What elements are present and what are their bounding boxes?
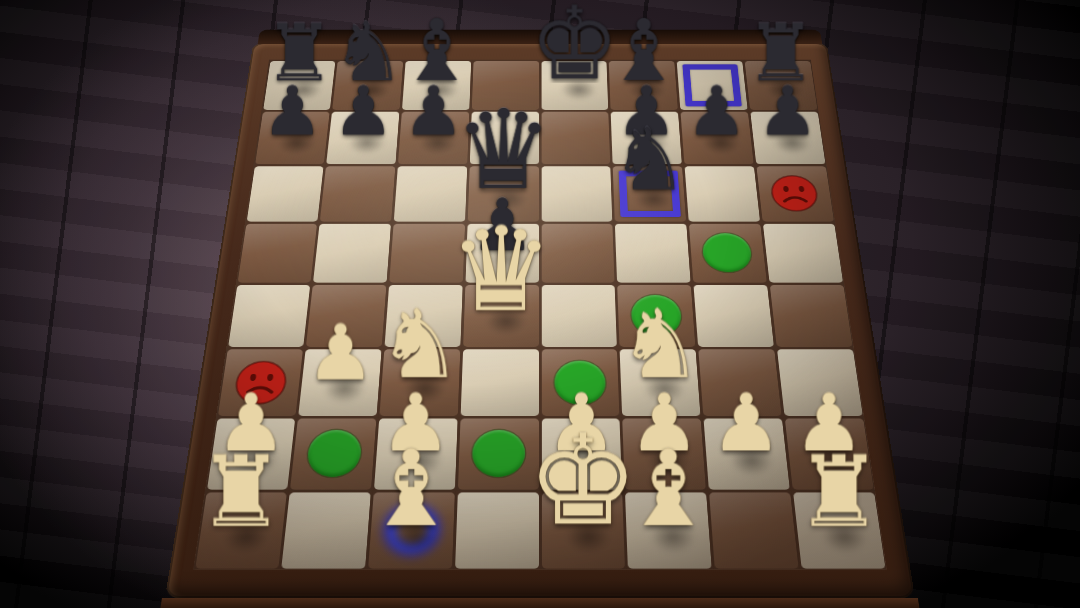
square-tile — [385, 285, 463, 348]
square-e7[interactable] — [540, 111, 612, 165]
square-h5[interactable] — [761, 223, 844, 284]
square-c7[interactable]: ♟ — [397, 111, 471, 165]
square-f6[interactable]: ♞ — [612, 165, 688, 222]
square-a8[interactable]: ♜ — [261, 60, 336, 111]
square-tile — [374, 418, 458, 489]
square-tile — [455, 492, 539, 568]
square-d1[interactable] — [453, 491, 540, 570]
square-b1[interactable] — [280, 491, 373, 570]
square-a7[interactable]: ♟ — [253, 111, 331, 165]
square-tile — [255, 112, 330, 164]
square-tile — [617, 285, 695, 348]
square-h7[interactable]: ♟ — [749, 111, 827, 165]
square-f7[interactable]: ♟ — [610, 111, 684, 165]
square-a1[interactable]: ♜ — [193, 491, 288, 570]
square-b8[interactable]: ♞ — [331, 60, 404, 111]
square-tile — [398, 112, 469, 164]
square-tile — [541, 492, 625, 568]
square-tile — [541, 61, 608, 110]
square-f3[interactable]: ♞ — [618, 348, 702, 417]
square-e2[interactable]: ♟ — [540, 417, 624, 491]
square-e8[interactable]: ♚ — [540, 60, 610, 111]
square-tile — [389, 224, 465, 283]
square-tile — [290, 418, 376, 489]
square-tile — [541, 349, 619, 416]
square-tile — [326, 112, 399, 164]
square-tile — [770, 285, 853, 348]
board-viewport: ♜♞♝♚♝♜♟♟♟♟♟♟♛♞♟♛♟♞♞♟♟♟♟♟♟♜♝♚♝♜ — [165, 0, 915, 598]
square-tile — [620, 349, 701, 416]
square-g6[interactable] — [683, 165, 761, 222]
square-tile — [306, 285, 386, 348]
square-f4[interactable] — [616, 283, 697, 348]
square-tile — [689, 224, 767, 283]
square-h2[interactable]: ♟ — [783, 417, 875, 491]
square-c3[interactable]: ♞ — [378, 348, 462, 417]
square-d3[interactable] — [459, 348, 540, 417]
square-h6[interactable] — [755, 165, 835, 222]
square-tile — [763, 224, 843, 283]
square-d4[interactable]: ♛ — [462, 283, 540, 348]
square-c2[interactable]: ♟ — [372, 417, 459, 491]
square-h8[interactable]: ♜ — [743, 60, 818, 111]
square-g4[interactable] — [692, 283, 775, 348]
square-tile — [246, 166, 323, 221]
square-tile — [470, 112, 539, 164]
square-c1[interactable]: ♝ — [367, 491, 457, 570]
square-a6[interactable] — [245, 165, 325, 222]
square-tile — [368, 492, 455, 568]
square-tile — [541, 418, 622, 489]
square-tile — [207, 418, 296, 489]
app-screen: ♜♞♝♚♝♜♟♟♟♟♟♟♛♞♟♛♟♞♞♟♟♟♟♟♟♜♝♚♝♜ — [0, 0, 1080, 608]
square-a3[interactable] — [216, 348, 305, 417]
square-f5[interactable] — [614, 223, 692, 284]
square-b5[interactable] — [312, 223, 393, 284]
square-tile — [693, 285, 773, 348]
square-tile — [756, 166, 833, 221]
square-e1[interactable]: ♚ — [540, 491, 627, 570]
square-tile — [394, 166, 467, 221]
square-tile — [298, 349, 381, 416]
square-tile — [228, 285, 311, 348]
square-b7[interactable]: ♟ — [325, 111, 401, 165]
square-tile — [785, 418, 874, 489]
square-tile — [541, 224, 614, 283]
square-b4[interactable] — [305, 283, 388, 348]
chess-board-frame: ♜♞♝♚♝♜♟♟♟♟♟♟♛♞♟♛♟♞♞♟♟♟♟♟♟♜♝♚♝♜ — [165, 43, 915, 598]
square-tile — [793, 492, 885, 568]
square-f8[interactable]: ♝ — [608, 60, 680, 111]
square-tile — [402, 61, 471, 110]
square-c6[interactable] — [392, 165, 468, 222]
square-d7[interactable] — [468, 111, 540, 165]
square-d6[interactable]: ♛ — [466, 165, 540, 222]
square-a2[interactable]: ♟ — [205, 417, 297, 491]
square-tile — [698, 349, 781, 416]
square-tile — [465, 224, 538, 283]
square-tile — [541, 285, 617, 348]
square-tile — [609, 61, 678, 110]
square-c5[interactable] — [388, 223, 466, 284]
square-h4[interactable] — [768, 283, 854, 348]
square-tile — [237, 224, 317, 283]
square-tile — [468, 166, 539, 221]
square-e4[interactable] — [540, 283, 618, 348]
square-tile — [613, 166, 686, 221]
square-tile — [472, 61, 539, 110]
square-a5[interactable] — [236, 223, 319, 284]
square-g2[interactable]: ♟ — [702, 417, 791, 491]
square-c8[interactable]: ♝ — [401, 60, 473, 111]
square-c4[interactable] — [383, 283, 464, 348]
square-e5[interactable] — [540, 223, 616, 284]
square-tile — [282, 492, 371, 568]
square-tile — [709, 492, 798, 568]
square-d2[interactable] — [456, 417, 540, 491]
square-tile — [622, 418, 706, 489]
square-tile — [750, 112, 825, 164]
square-tile — [263, 61, 336, 110]
square-h3[interactable] — [775, 348, 864, 417]
square-h1[interactable]: ♜ — [791, 491, 886, 570]
square-g3[interactable] — [697, 348, 783, 417]
square-d8[interactable] — [470, 60, 540, 111]
square-tile — [704, 418, 790, 489]
square-b6[interactable] — [319, 165, 397, 222]
square-tile — [744, 61, 817, 110]
square-tile — [379, 349, 460, 416]
square-tile — [611, 112, 682, 164]
square-g8[interactable] — [675, 60, 748, 111]
square-tile — [541, 112, 610, 164]
chess-board: ♜♞♝♚♝♜♟♟♟♟♟♟♛♞♟♛♟♞♞♟♟♟♟♟♟♜♝♚♝♜ — [193, 60, 887, 570]
square-tile — [625, 492, 712, 568]
square-e3[interactable] — [540, 348, 621, 417]
square-tile — [463, 285, 539, 348]
square-tile — [681, 112, 754, 164]
square-g5[interactable] — [688, 223, 769, 284]
square-tile — [777, 349, 863, 416]
square-tile — [217, 349, 303, 416]
square-f2[interactable]: ♟ — [621, 417, 708, 491]
square-tile — [677, 61, 748, 110]
square-tile — [615, 224, 691, 283]
square-f1[interactable]: ♝ — [624, 491, 714, 570]
square-g7[interactable]: ♟ — [679, 111, 755, 165]
square-tile — [685, 166, 760, 221]
square-b2[interactable] — [289, 417, 378, 491]
square-g1[interactable] — [708, 491, 801, 570]
square-tile — [541, 166, 612, 221]
square-b3[interactable]: ♟ — [297, 348, 383, 417]
square-tile — [195, 492, 287, 568]
square-tile — [332, 61, 403, 110]
square-tile — [460, 349, 538, 416]
square-d5[interactable]: ♟ — [464, 223, 540, 284]
square-tile — [320, 166, 395, 221]
square-e6[interactable] — [540, 165, 614, 222]
square-tile — [313, 224, 391, 283]
square-a4[interactable] — [226, 283, 312, 348]
square-tile — [458, 418, 539, 489]
